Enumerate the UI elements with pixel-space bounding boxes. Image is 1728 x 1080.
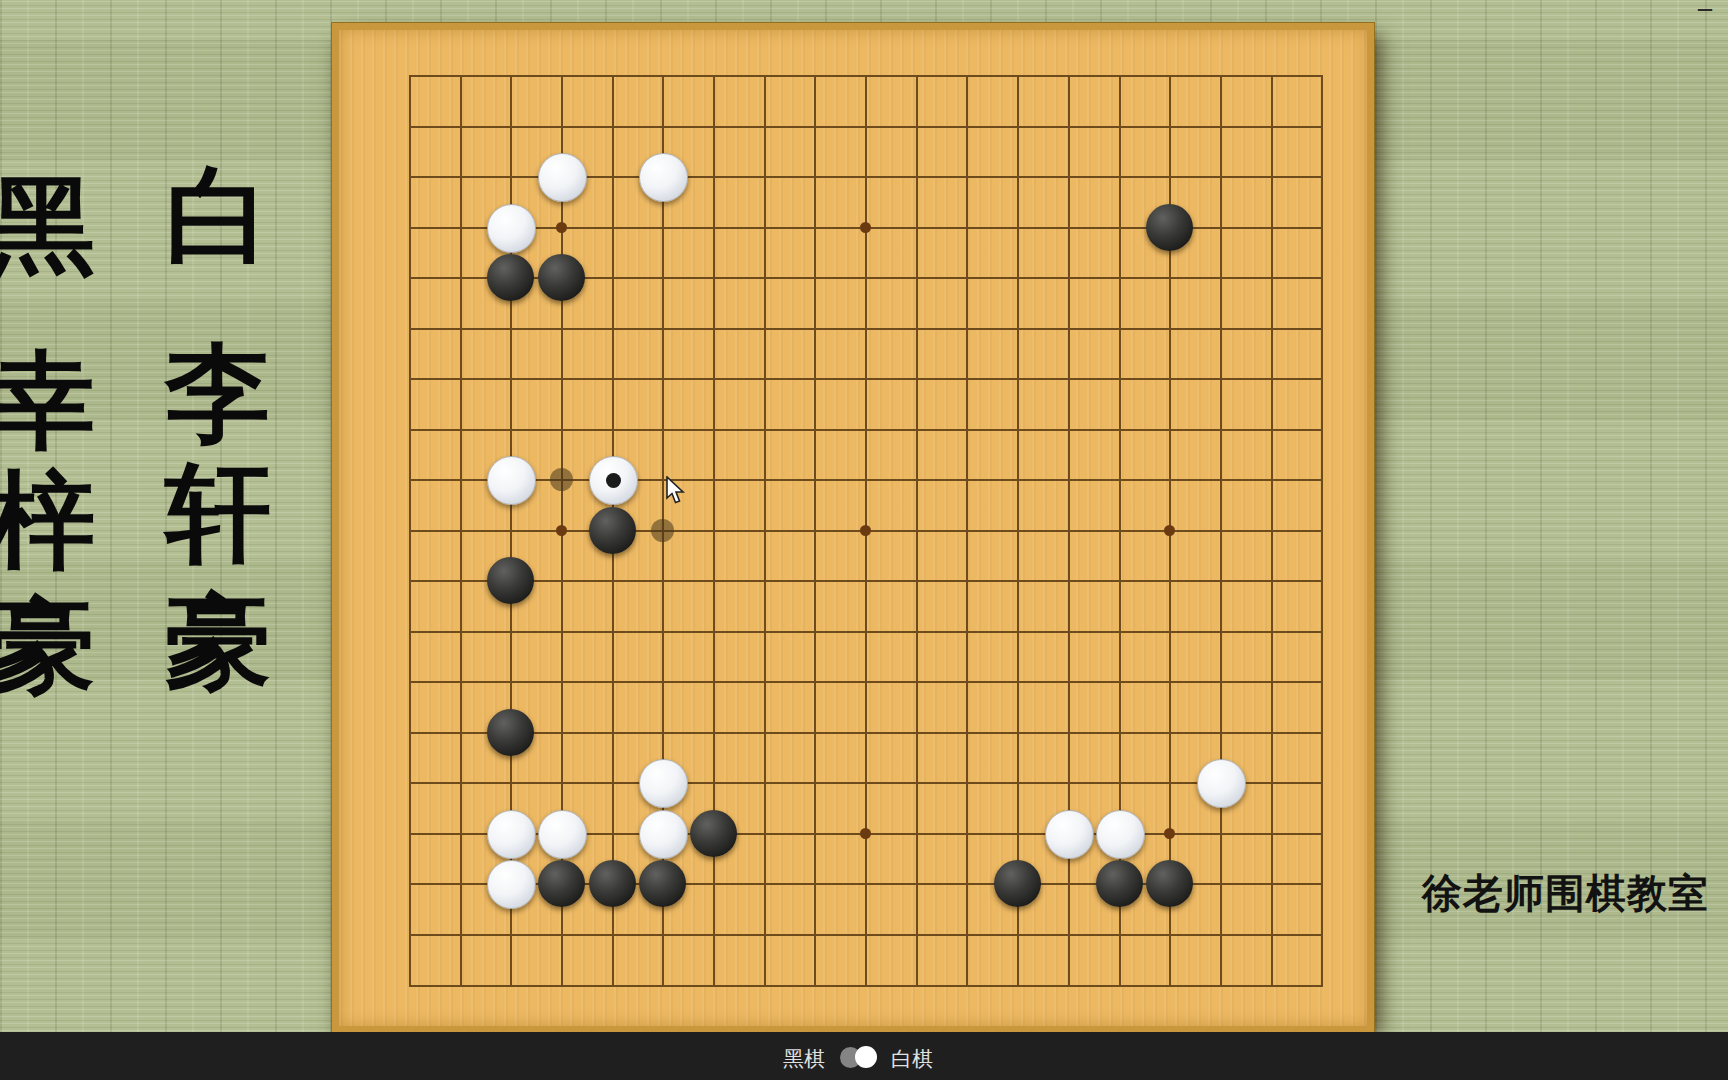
black-stone <box>538 254 585 301</box>
black-stone <box>1146 204 1193 251</box>
white-stone <box>487 810 536 859</box>
hoshi-point <box>556 525 567 536</box>
white-stone <box>639 810 688 859</box>
go-app-window: 黑幸梓豪 白李轩豪 徐老师围棋教室 黑棋 白棋 — <box>0 0 1728 1080</box>
black-stone <box>589 860 636 907</box>
white-stone <box>487 204 536 253</box>
white-player-color-char: 白 <box>160 160 276 272</box>
hoshi-point <box>860 222 871 233</box>
black-stone <box>1096 860 1143 907</box>
black-player-name-char-2: 梓 <box>0 465 100 577</box>
white-stone <box>538 153 587 202</box>
hoshi-point <box>556 222 567 233</box>
black-stone <box>690 810 737 857</box>
stone-color-toggle[interactable] <box>840 1046 878 1068</box>
white-player-name-char-1: 李 <box>160 338 276 450</box>
minimize-button[interactable]: — <box>1690 0 1720 18</box>
white-stone <box>1096 810 1145 859</box>
hoshi-point <box>860 525 871 536</box>
last-move-marker <box>606 473 621 488</box>
black-stones-label: 黑棋 <box>783 1045 825 1073</box>
black-stone <box>589 507 636 554</box>
ghost-move-marker <box>651 519 674 542</box>
black-player-color-char: 黑 <box>0 170 100 282</box>
toggle-knob <box>855 1046 877 1068</box>
black-player-name-char-3: 豪 <box>0 590 100 702</box>
white-stone <box>589 456 638 505</box>
white-stone <box>1197 759 1246 808</box>
hoshi-point <box>860 828 871 839</box>
white-player-name-char-2: 轩 <box>160 458 276 570</box>
white-player-name-char-3: 豪 <box>160 586 276 698</box>
white-stone <box>1045 810 1094 859</box>
black-stone <box>487 709 534 756</box>
watermark-text: 徐老师围棋教室 <box>1422 866 1709 921</box>
mouse-cursor-icon <box>666 476 688 506</box>
black-player-name-char-1: 幸 <box>0 345 100 457</box>
white-stones-label: 白棋 <box>891 1045 933 1073</box>
white-stone <box>538 810 587 859</box>
hoshi-point <box>1164 525 1175 536</box>
